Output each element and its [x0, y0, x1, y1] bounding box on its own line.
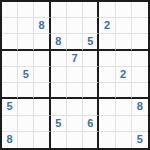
cell-r5c8[interactable]: 2	[116, 67, 132, 83]
cell-r5c1[interactable]	[2, 67, 18, 83]
cell-r8c8[interactable]	[116, 116, 132, 132]
cell-r2c5[interactable]	[67, 18, 83, 34]
cell-r9c8[interactable]	[116, 132, 132, 148]
cell-r8c4[interactable]: 5	[51, 116, 67, 132]
cell-r6c4[interactable]	[51, 83, 67, 99]
cell-r4c9[interactable]	[132, 51, 148, 67]
cell-r3c1[interactable]	[2, 34, 18, 50]
cell-r1c3[interactable]	[34, 2, 50, 18]
cell-r9c6[interactable]	[83, 132, 99, 148]
cell-r2c3[interactable]: 8	[34, 18, 50, 34]
cell-r6c5[interactable]	[67, 83, 83, 99]
cell-r7c8[interactable]	[116, 99, 132, 115]
cell-r7c6[interactable]	[83, 99, 99, 115]
cell-r1c6[interactable]	[83, 2, 99, 18]
cell-r5c4[interactable]	[51, 67, 67, 83]
cell-r9c3[interactable]	[34, 132, 50, 148]
cell-r7c5[interactable]	[67, 99, 83, 115]
cell-r3c3[interactable]	[34, 34, 50, 50]
cell-r2c9[interactable]	[132, 18, 148, 34]
cell-r8c3[interactable]	[34, 116, 50, 132]
cell-r5c9[interactable]	[132, 67, 148, 83]
cell-r6c9[interactable]	[132, 83, 148, 99]
cell-r2c7[interactable]: 2	[99, 18, 115, 34]
cell-r6c1[interactable]	[2, 83, 18, 99]
sudoku-board: 8285752585685	[0, 0, 150, 150]
cell-r6c7[interactable]	[99, 83, 115, 99]
cell-r3c2[interactable]	[18, 34, 34, 50]
cell-r3c7[interactable]	[99, 34, 115, 50]
cell-r2c4[interactable]	[51, 18, 67, 34]
cell-r5c2[interactable]: 5	[18, 67, 34, 83]
cell-r7c1[interactable]: 5	[2, 99, 18, 115]
cell-r9c9[interactable]: 5	[132, 132, 148, 148]
cell-r1c8[interactable]	[116, 2, 132, 18]
cell-r5c6[interactable]	[83, 67, 99, 83]
cell-r1c9[interactable]	[132, 2, 148, 18]
cell-r4c8[interactable]	[116, 51, 132, 67]
cell-r6c3[interactable]	[34, 83, 50, 99]
cell-r8c2[interactable]	[18, 116, 34, 132]
cell-r9c5[interactable]	[67, 132, 83, 148]
cell-r1c4[interactable]	[51, 2, 67, 18]
cell-r1c5[interactable]	[67, 2, 83, 18]
cell-r8c5[interactable]	[67, 116, 83, 132]
cell-r4c4[interactable]	[51, 51, 67, 67]
cell-r4c3[interactable]	[34, 51, 50, 67]
cell-r4c7[interactable]	[99, 51, 115, 67]
cell-r9c7[interactable]	[99, 132, 115, 148]
cell-r4c5[interactable]: 7	[67, 51, 83, 67]
cell-r7c9[interactable]: 8	[132, 99, 148, 115]
cell-r7c2[interactable]	[18, 99, 34, 115]
cell-r3c9[interactable]	[132, 34, 148, 50]
cell-r2c6[interactable]	[83, 18, 99, 34]
cell-r8c1[interactable]	[2, 116, 18, 132]
cell-r7c7[interactable]	[99, 99, 115, 115]
cell-r6c6[interactable]	[83, 83, 99, 99]
cell-r1c1[interactable]	[2, 2, 18, 18]
cell-r3c8[interactable]	[116, 34, 132, 50]
cell-r4c2[interactable]	[18, 51, 34, 67]
cell-r5c7[interactable]	[99, 67, 115, 83]
cell-r2c1[interactable]	[2, 18, 18, 34]
cell-r8c9[interactable]	[132, 116, 148, 132]
cell-r2c8[interactable]	[116, 18, 132, 34]
cell-r3c5[interactable]	[67, 34, 83, 50]
cell-r8c7[interactable]	[99, 116, 115, 132]
cell-r1c7[interactable]	[99, 2, 115, 18]
cell-r7c3[interactable]	[34, 99, 50, 115]
cell-r9c1[interactable]: 8	[2, 132, 18, 148]
cell-r6c8[interactable]	[116, 83, 132, 99]
cell-r2c2[interactable]	[18, 18, 34, 34]
cell-r6c2[interactable]	[18, 83, 34, 99]
cell-r8c6[interactable]: 6	[83, 116, 99, 132]
cell-r7c4[interactable]	[51, 99, 67, 115]
cell-r3c4[interactable]: 8	[51, 34, 67, 50]
cell-r4c1[interactable]	[2, 51, 18, 67]
cell-r1c2[interactable]	[18, 2, 34, 18]
cell-r5c5[interactable]	[67, 67, 83, 83]
cell-r5c3[interactable]	[34, 67, 50, 83]
cell-r3c6[interactable]: 5	[83, 34, 99, 50]
cell-r4c6[interactable]	[83, 51, 99, 67]
cell-r9c2[interactable]	[18, 132, 34, 148]
cell-r9c4[interactable]	[51, 132, 67, 148]
